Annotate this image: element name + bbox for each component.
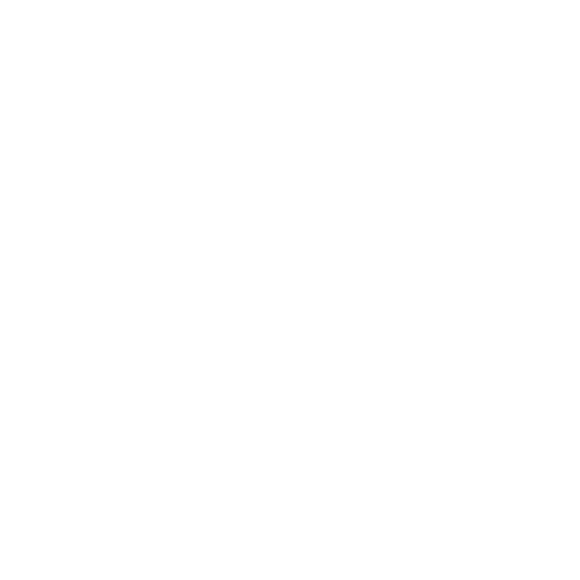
- go-board: [0, 0, 580, 580]
- stone-grid: [23, 24, 555, 556]
